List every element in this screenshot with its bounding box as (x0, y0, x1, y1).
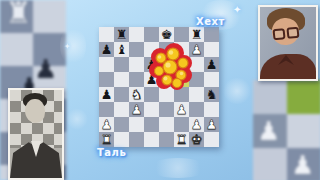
white-rook: ♜ (176, 132, 188, 147)
white-pawn: ♟ (206, 117, 218, 132)
white-rook: ♜ (101, 132, 113, 147)
square-c3[interactable]: ♟ (129, 102, 144, 117)
square-f6[interactable] (174, 57, 189, 72)
square-a1[interactable]: ♜ (99, 132, 114, 147)
square-e2[interactable] (159, 117, 174, 132)
square-e3[interactable] (159, 102, 174, 117)
chess-board: ♜♚♜♟♝♟♟♟♟♟♞♞♟♟♟♟♟♜♜♚ (99, 27, 219, 147)
bottom-player-portrait (10, 90, 62, 178)
square-e6[interactable] (159, 57, 174, 72)
square-f5[interactable] (174, 72, 189, 87)
square-b8[interactable]: ♜ (114, 27, 129, 42)
sparkle-icon: ✦ (64, 43, 71, 51)
black-pawn: ♟ (101, 42, 113, 57)
backdrop-square (287, 114, 320, 148)
square-g3[interactable] (189, 102, 204, 117)
square-d8[interactable] (144, 27, 159, 42)
square-h6[interactable]: ♟ (204, 57, 219, 72)
white-knight: ♞ (131, 87, 143, 102)
square-e1[interactable] (159, 132, 174, 147)
square-f1[interactable]: ♜ (174, 132, 189, 147)
black-king: ♚ (161, 27, 173, 42)
square-g1[interactable]: ♚ (189, 132, 204, 147)
square-a5[interactable] (99, 72, 114, 87)
square-b1[interactable] (114, 132, 129, 147)
square-b2[interactable] (114, 117, 129, 132)
black-rook: ♜ (116, 27, 128, 42)
square-d7[interactable] (144, 42, 159, 57)
top-player-name-label: Хехт (196, 16, 225, 27)
square-a8[interactable] (99, 27, 114, 42)
white-pawn: ♟ (176, 102, 188, 117)
black-pawn: ♟ (146, 57, 158, 72)
glasses-lens (272, 28, 285, 40)
black-pawn: ♟ (101, 87, 113, 102)
square-b7[interactable]: ♝ (114, 42, 129, 57)
square-e7[interactable] (159, 42, 174, 57)
square-c7[interactable] (129, 42, 144, 57)
top-player-portrait (260, 7, 316, 79)
square-g8[interactable]: ♜ (189, 27, 204, 42)
square-d5[interactable]: ♟ (144, 72, 159, 87)
square-g7[interactable]: ♟ (189, 42, 204, 57)
sparkle-blob (148, 158, 208, 178)
glasses-lens (286, 27, 299, 39)
black-bishop: ♝ (116, 42, 128, 57)
square-h5[interactable] (204, 72, 219, 87)
square-b6[interactable] (114, 57, 129, 72)
square-a2[interactable]: ♟ (99, 117, 114, 132)
square-h7[interactable] (204, 42, 219, 57)
square-g6[interactable] (189, 57, 204, 72)
backdrop-white-pawn-icon: ♟ (257, 118, 280, 144)
square-d2[interactable] (144, 117, 159, 132)
top-player-photo (258, 5, 318, 81)
square-b4[interactable] (114, 87, 129, 102)
square-c2[interactable] (129, 117, 144, 132)
square-a7[interactable]: ♟ (99, 42, 114, 57)
square-d4[interactable] (144, 87, 159, 102)
backdrop-green-square (287, 80, 320, 114)
square-b5[interactable] (114, 72, 129, 87)
black-knight: ♞ (206, 87, 218, 102)
backdrop-square (253, 80, 287, 114)
bottom-player-photo (8, 88, 64, 180)
square-h8[interactable] (204, 27, 219, 42)
video-frame: ♜ ♟ ♟ ♟ ♟ ✦ ✦ (0, 0, 320, 180)
square-f7[interactable] (174, 42, 189, 57)
square-b3[interactable] (114, 102, 129, 117)
square-f2[interactable] (174, 117, 189, 132)
square-a3[interactable] (99, 102, 114, 117)
white-pawn: ♟ (191, 42, 203, 57)
square-h3[interactable] (204, 102, 219, 117)
sparkle-blob (222, 78, 252, 104)
square-f8[interactable] (174, 27, 189, 42)
square-h4[interactable]: ♞ (204, 87, 219, 102)
square-a6[interactable] (99, 57, 114, 72)
bottom-player-name-label: Таль (97, 147, 126, 158)
square-h2[interactable]: ♟ (204, 117, 219, 132)
square-c4[interactable]: ♞ (129, 87, 144, 102)
white-pawn: ♟ (191, 117, 203, 132)
sparkle-icon: ✦ (233, 5, 241, 15)
square-g5[interactable] (189, 72, 204, 87)
square-g4[interactable] (189, 87, 204, 102)
square-f3[interactable]: ♟ (174, 102, 189, 117)
square-e8[interactable]: ♚ (159, 27, 174, 42)
square-e5[interactable] (159, 72, 174, 87)
square-e4[interactable] (159, 87, 174, 102)
square-c5[interactable] (129, 72, 144, 87)
backdrop-white-rook-icon: ♜ (5, 0, 32, 28)
black-pawn: ♟ (206, 57, 218, 72)
square-c8[interactable] (129, 27, 144, 42)
square-d6[interactable]: ♟ (144, 57, 159, 72)
square-g2[interactable]: ♟ (189, 117, 204, 132)
black-rook: ♜ (191, 27, 203, 42)
portrait-face (25, 99, 45, 123)
square-a4[interactable]: ♟ (99, 87, 114, 102)
square-c1[interactable] (129, 132, 144, 147)
backdrop-square (253, 148, 287, 180)
square-h1[interactable] (204, 132, 219, 147)
black-pawn: ♟ (146, 72, 158, 87)
sparkle-blob (66, 108, 88, 130)
square-c6[interactable] (129, 57, 144, 72)
backdrop-white-pawn-icon: ♟ (291, 152, 314, 178)
backdrop-chessboard-bottom-right: ♟ ♟ (253, 80, 320, 180)
square-f4[interactable] (174, 87, 189, 102)
square-d1[interactable] (144, 132, 159, 147)
white-pawn: ♟ (131, 102, 143, 117)
white-king: ♚ (191, 132, 203, 147)
white-pawn: ♟ (101, 117, 113, 132)
square-d3[interactable] (144, 102, 159, 117)
